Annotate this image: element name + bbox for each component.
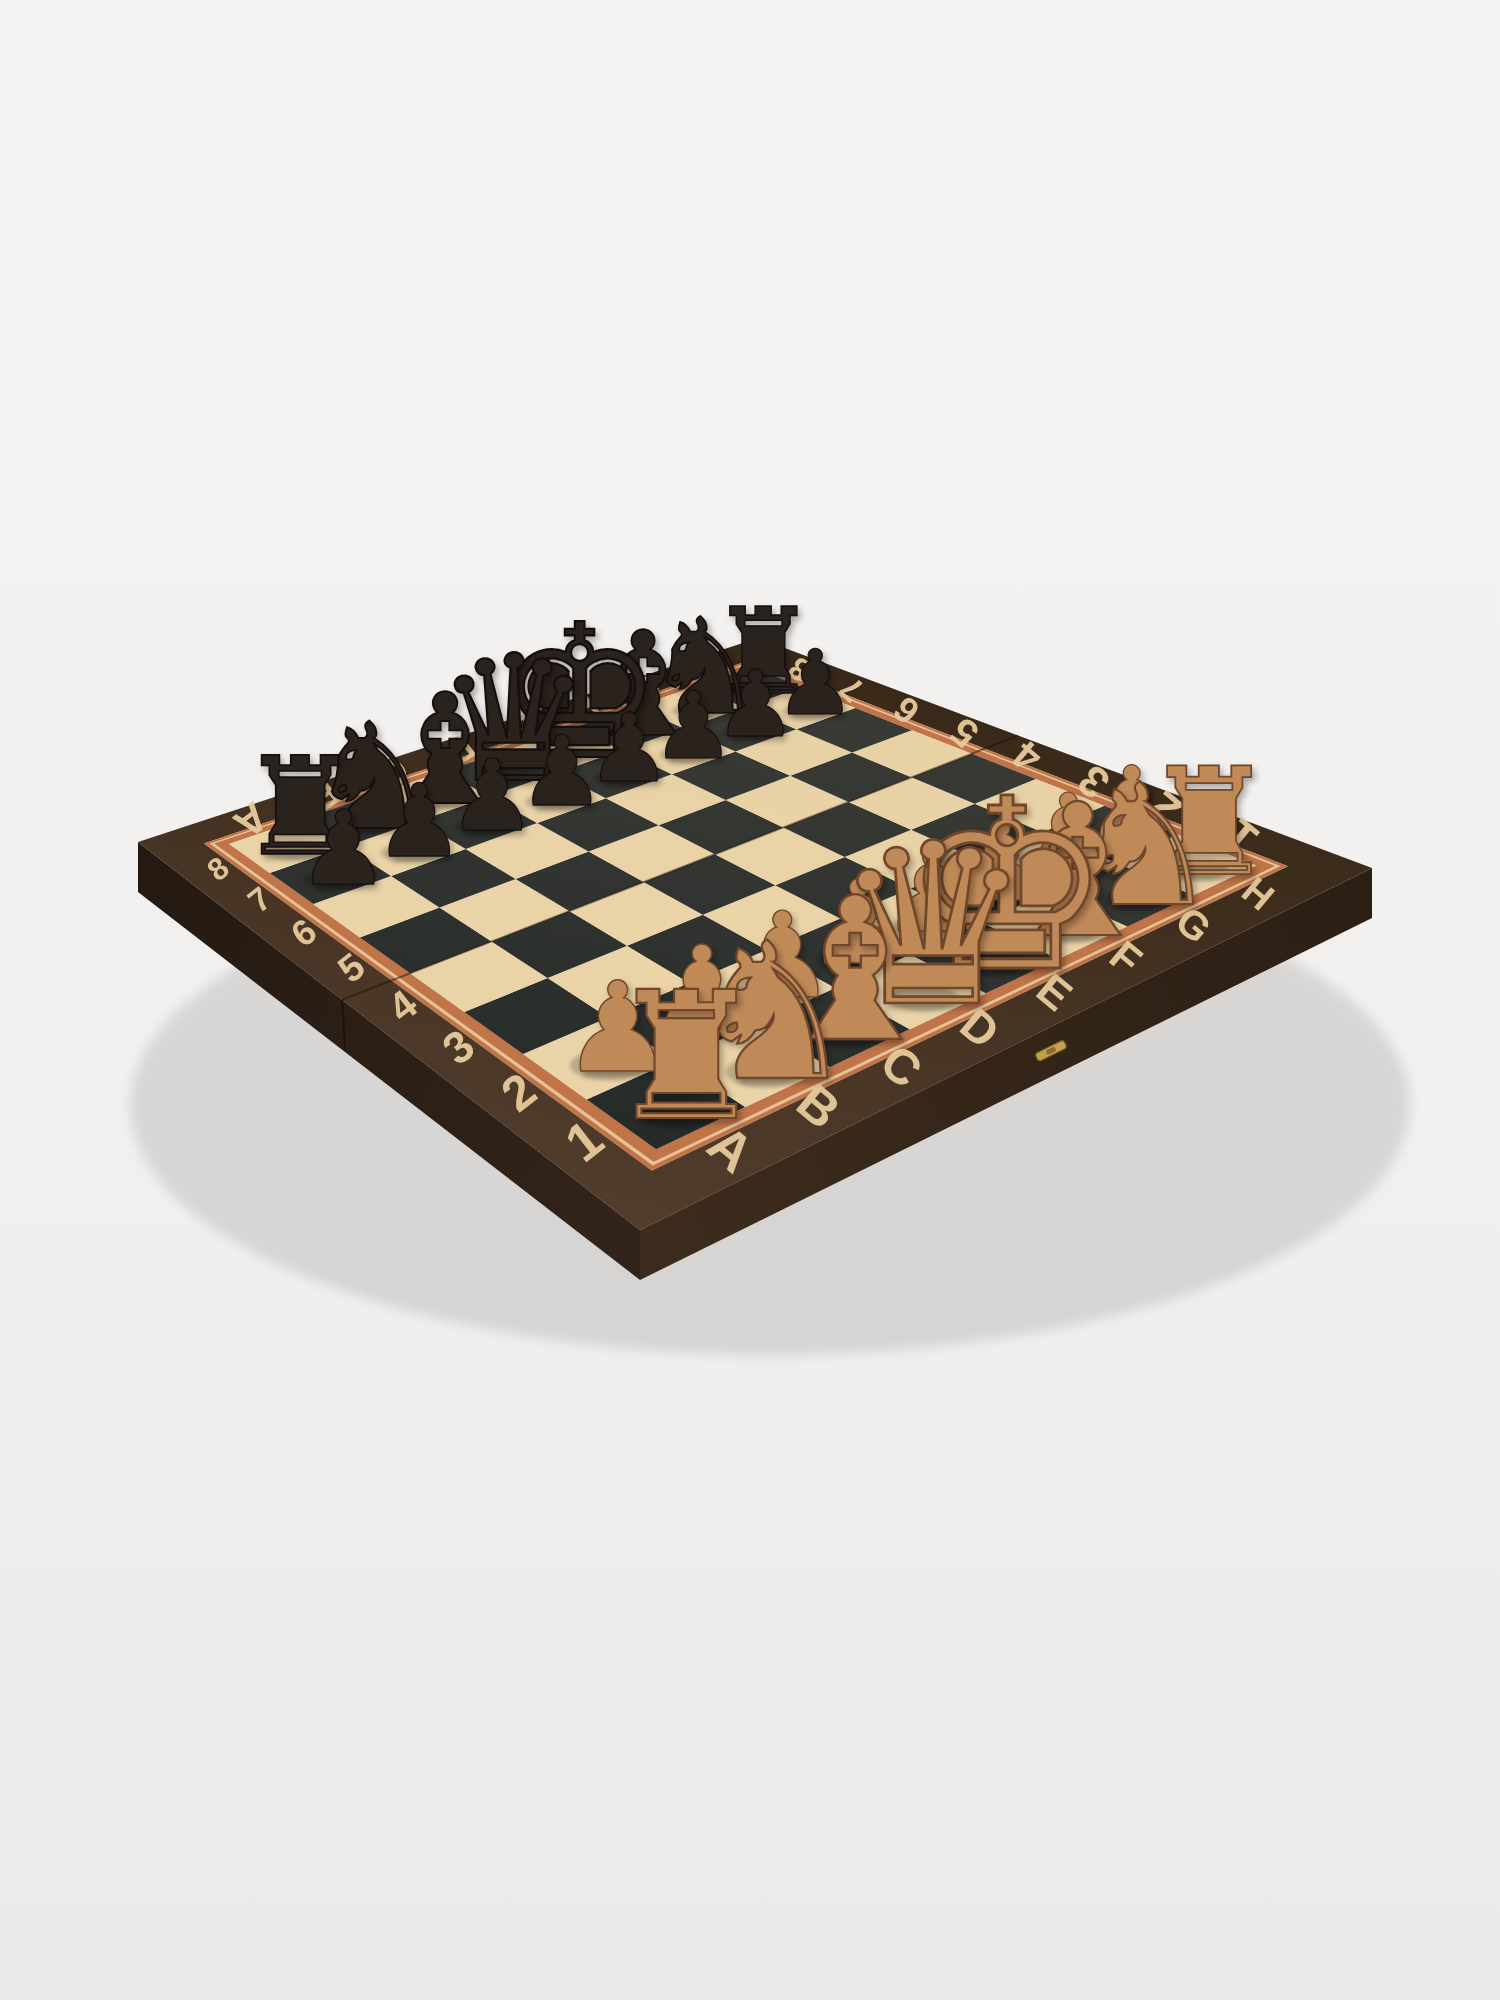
product-photo-stage: 1122334455667788AABBCCDDEEFFGGHH♜♞♟♝♟♚♟♛… bbox=[0, 0, 1500, 2000]
chessboard: 1122334455667788AABBCCDDEEFFGGHH♜♞♟♝♟♚♟♛… bbox=[0, 0, 1500, 2000]
piece-black-pawn-a7[interactable]: ♟ bbox=[297, 788, 389, 908]
piece-white-rook-a1[interactable]: ♜ bbox=[607, 954, 766, 1160]
